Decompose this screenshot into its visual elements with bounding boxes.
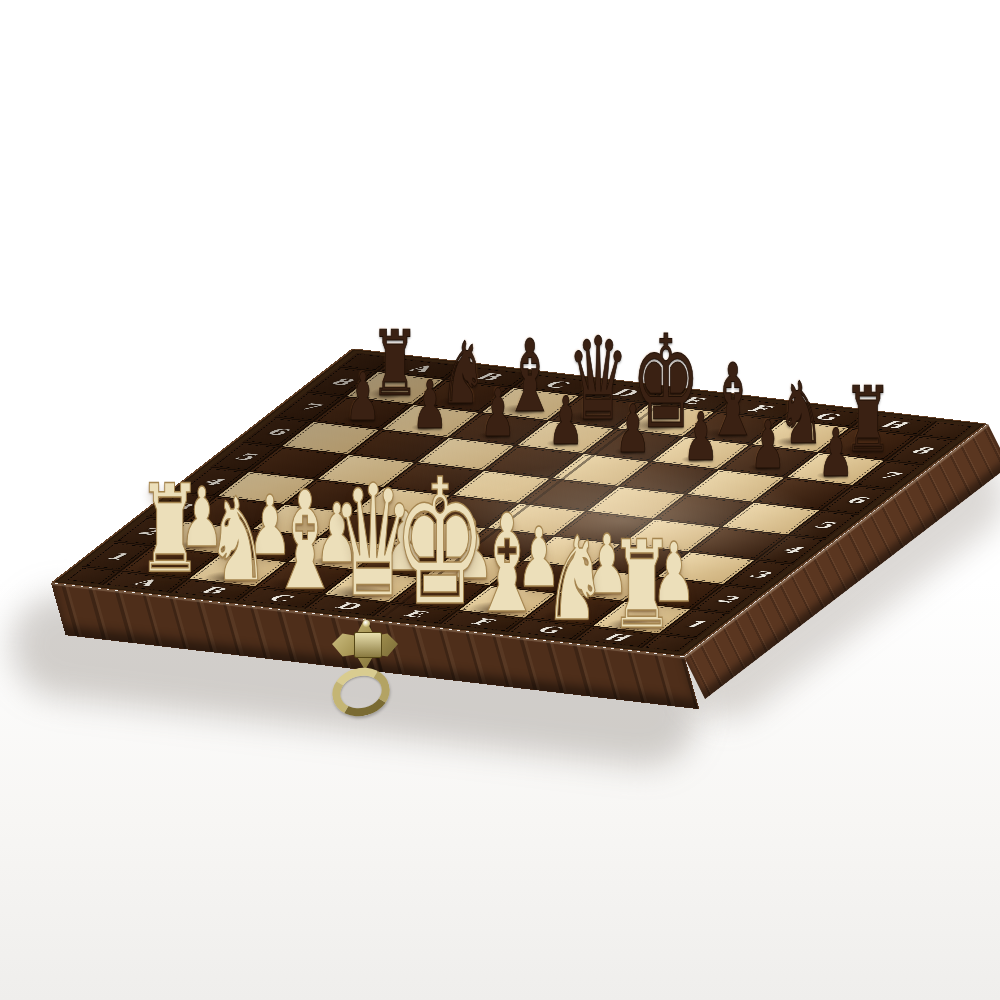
rank-label: 5 — [231, 451, 260, 463]
chess-set-photo: ABCDEFGH8877665544332211ABCDEFGH ♜♞♝♛♚♝♞… — [0, 0, 1000, 1000]
clasp-latch — [354, 632, 382, 658]
rank-label: 6 — [842, 494, 871, 506]
rank-label: 5 — [810, 519, 839, 531]
black-pawn-d7[interactable]: ♟ — [548, 388, 584, 455]
rank-label: 4 — [777, 544, 806, 556]
clasp-pin — [363, 620, 370, 627]
rank-label: 7 — [295, 401, 324, 413]
black-pawn-b7[interactable]: ♟ — [413, 372, 449, 439]
black-pawn-g7[interactable]: ♟ — [750, 412, 786, 479]
black-pawn-f7[interactable]: ♟ — [683, 404, 719, 471]
black-pawn-a7[interactable]: ♟ — [345, 364, 381, 431]
black-pawn-h7[interactable]: ♟ — [818, 420, 854, 487]
rank-label: 1 — [102, 550, 130, 562]
black-pawn-c7[interactable]: ♟ — [480, 380, 516, 447]
black-pawn-e7[interactable]: ♟ — [615, 396, 651, 463]
white-bishop-f1[interactable]: ♝ — [471, 497, 544, 632]
white-knight-b1[interactable]: ♞ — [207, 482, 269, 598]
clasp — [330, 612, 404, 708]
rank-label: 3 — [745, 569, 773, 581]
white-rook-a1[interactable]: ♜ — [138, 469, 203, 590]
rank-label: 8 — [907, 444, 936, 456]
rank-label: 6 — [263, 426, 292, 438]
rank-label: 2 — [713, 593, 741, 605]
white-rook-h1[interactable]: ♜ — [609, 525, 674, 646]
white-knight-g1[interactable]: ♞ — [543, 521, 605, 637]
